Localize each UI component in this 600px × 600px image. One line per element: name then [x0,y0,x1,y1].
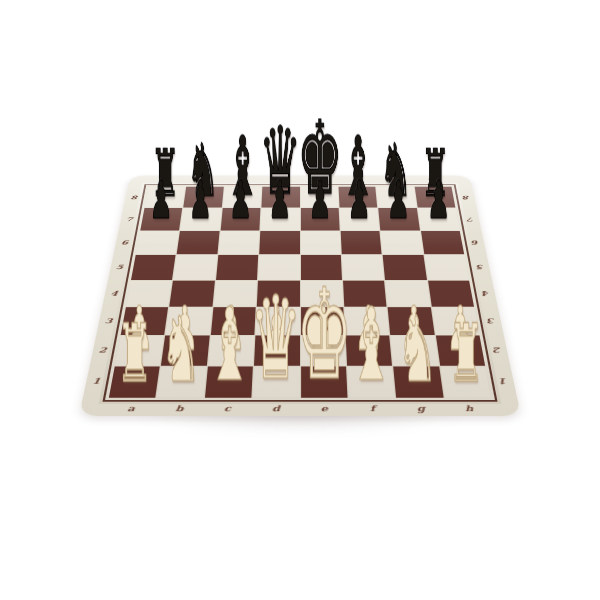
coordinate-label-e: e [300,176,338,185]
piece-white-knight-g1: ♞ [395,377,441,384]
piece-black-pawn-h7: ♟ [419,215,458,221]
square-e5 [300,255,341,280]
piece-white-pawn-g2: ♟ [392,346,437,352]
square-e7: ♟ [300,208,339,230]
coordinate-label-f: f [348,402,397,416]
piece-black-pawn-b7: ♟ [182,215,221,221]
square-e2: ♟ [301,336,346,366]
square-f4 [343,280,387,306]
square-b5 [173,255,217,280]
square-d7: ♟ [260,208,299,230]
square-c7: ♟ [220,208,260,230]
coordinate-label-e: e [300,402,349,416]
piece-black-pawn-f7: ♟ [340,215,379,221]
piece-white-bishop-c1: ♝ [206,377,252,384]
square-b2: ♟ [161,336,209,366]
square-g3 [388,307,435,335]
square-c4 [213,280,257,306]
piece-black-pawn-c7: ♟ [221,215,260,221]
coordinate-label-a: a [105,402,156,416]
board-mat: hgfedcba abcdefgh 87654321 12345678 ♜♞♝♛… [79,176,521,417]
square-f2: ♟ [346,336,393,366]
square-f8: ♝ [338,187,377,208]
square-g1: ♞ [393,366,443,398]
square-a3 [121,307,169,335]
square-c2: ♟ [208,336,255,366]
piece-white-pawn-d2: ♟ [255,346,300,352]
square-e3 [301,307,345,335]
black-bishop-icon: ♝ [340,126,377,208]
coordinate-label-b: b [187,176,226,185]
square-b8: ♞ [184,187,224,208]
square-c8: ♝ [223,187,262,208]
square-g6 [381,231,423,254]
square-g8: ♞ [376,187,416,208]
coordinate-label-a: a [149,176,188,185]
square-b6 [177,231,219,254]
square-a5 [131,255,176,280]
square-d6 [259,231,299,254]
piece-white-king-e1: ♚ [301,377,347,384]
square-d4 [257,280,300,306]
square-b4 [170,280,215,306]
piece-white-knight-b1: ♞ [159,377,205,384]
board-frame: ♜♞♝♛♚♝♞♜♟♟♟♟♟♟♟♟♟♟♟♟♟♟♟♟♜♞♝♛♚♝♞♜ [102,184,497,401]
square-e6 [300,231,340,254]
piece-white-pawn-c2: ♟ [209,346,254,352]
square-g2: ♟ [391,336,439,366]
square-h6 [421,231,465,254]
piece-black-rook-h8: ♜ [416,193,454,198]
black-king-icon: ♚ [296,108,342,210]
chessboard: ♜♞♝♛♚♝♞♜♟♟♟♟♟♟♟♟♟♟♟♟♟♟♟♟♜♞♝♛♚♝♞♜ [109,187,491,398]
coordinate-label-c: c [203,402,252,416]
square-c6 [218,231,259,254]
piece-black-pawn-g7: ♟ [380,215,419,221]
piece-white-pawn-a2: ♟ [117,346,162,352]
coordinate-label-7: 7 [460,208,481,231]
square-b3 [166,307,213,335]
black-knight-icon: ♞ [187,133,220,206]
square-g7: ♟ [378,208,419,230]
piece-black-bishop-c8: ♝ [223,193,261,198]
coordinate-label-d: d [262,176,300,185]
coordinate-label-h: h [444,402,495,416]
piece-white-rook-h1: ♜ [442,377,488,384]
square-b1: ♞ [157,366,207,398]
square-d8: ♛ [261,187,299,208]
square-a6 [136,231,180,254]
black-queen-icon: ♛ [260,115,302,209]
piece-white-rook-a1: ♜ [111,377,157,384]
square-f1: ♝ [347,366,395,398]
piece-black-queen-d8: ♛ [262,193,300,198]
coordinate-label-d: d [251,402,300,416]
piece-white-pawn-f2: ♟ [346,346,391,352]
square-a8: ♜ [145,187,186,208]
square-f3 [344,307,389,335]
piece-black-king-e8: ♚ [300,193,338,198]
piece-black-bishop-f8: ♝ [339,193,377,198]
piece-white-bishop-f1: ♝ [348,377,394,384]
piece-black-rook-a8: ♜ [146,193,184,198]
square-c1: ♝ [205,366,253,398]
square-h4 [428,280,474,306]
square-h1: ♜ [440,366,491,398]
coordinate-label-g: g [375,176,414,185]
square-g4 [385,280,430,306]
square-d5 [258,255,299,280]
square-g5 [383,255,427,280]
square-e8: ♚ [300,187,338,208]
chess-set-photo: hgfedcba abcdefgh 87654321 12345678 ♜♞♝♛… [0,0,600,600]
square-h7: ♟ [417,208,459,230]
piece-black-knight-g8: ♞ [378,193,416,198]
square-e4 [301,280,344,306]
square-e1: ♚ [301,366,348,398]
piece-black-pawn-d7: ♟ [261,215,300,221]
coordinate-label-b: b [154,402,204,416]
coordinate-label-c: c [225,176,263,185]
black-rook-icon: ♜ [420,141,449,206]
square-d3 [256,307,300,335]
square-a1: ♜ [109,366,160,398]
piece-white-queen-d1: ♛ [253,377,299,384]
square-f5 [342,255,385,280]
file-labels-top: hgfedcba [149,176,451,185]
black-knight-icon: ♞ [380,133,413,206]
square-f6 [341,231,382,254]
piece-white-pawn-b2: ♟ [163,346,208,352]
square-h5 [424,255,469,280]
coordinate-label-f: f [337,176,375,185]
piece-white-pawn-e2: ♟ [301,346,346,352]
square-a2: ♟ [115,336,165,366]
square-h2: ♟ [436,336,486,366]
piece-black-knight-b8: ♞ [185,193,223,198]
square-f7: ♟ [339,208,379,230]
piece-white-pawn-h2: ♟ [438,346,483,352]
black-rook-icon: ♜ [150,141,179,206]
square-c3 [211,307,256,335]
square-d2: ♟ [254,336,299,366]
coordinate-label-h: h [412,176,451,185]
piece-black-pawn-e7: ♟ [300,215,339,221]
coordinate-label-g: g [396,402,446,416]
square-h3 [431,307,479,335]
file-labels-bottom: abcdefgh [105,402,494,416]
square-b7: ♟ [180,208,221,230]
square-a7: ♟ [140,208,182,230]
square-d1: ♛ [253,366,300,398]
square-a4 [126,280,172,306]
black-bishop-icon: ♝ [224,126,261,208]
piece-black-pawn-a7: ♟ [142,215,181,221]
square-h8: ♜ [414,187,455,208]
square-c5 [216,255,259,280]
